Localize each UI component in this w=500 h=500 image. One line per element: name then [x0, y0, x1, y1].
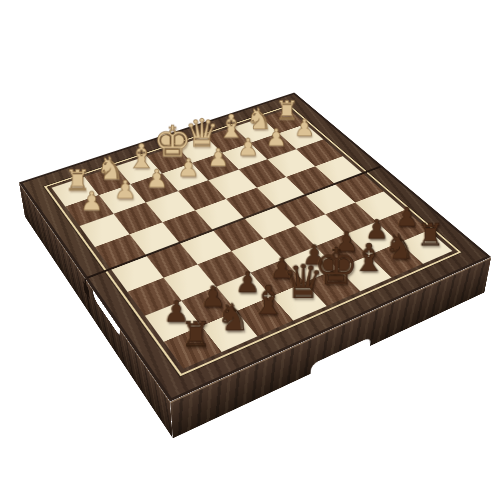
product-photo-scene: ♜♞♝♚♛♝♞♜♟♟♟♟♟♟♟♟♟♟♟♟♟♟♟♟♜♞♝♛♚♝♞♜	[0, 0, 500, 500]
black-rook: ♜	[181, 317, 212, 352]
white-pawn: ♟	[266, 126, 287, 150]
white-pawn: ♟	[294, 116, 315, 139]
white-pawn: ♟	[237, 135, 259, 159]
handle-notch	[311, 337, 371, 375]
chess-box: ♜♞♝♚♛♝♞♜♟♟♟♟♟♟♟♟♟♟♟♟♟♟♟♟♜♞♝♛♚♝♞♜	[19, 92, 492, 401]
white-pawn: ♟	[114, 177, 137, 202]
white-pawn: ♟	[208, 145, 230, 169]
black-knight: ♞	[384, 229, 415, 264]
black-knight: ♞	[216, 298, 250, 336]
black-rook: ♜	[416, 220, 444, 251]
black-queen: ♛	[282, 259, 324, 306]
white-pawn: ♟	[80, 188, 103, 214]
white-pawn: ♟	[146, 166, 169, 191]
white-pawn: ♟	[177, 156, 199, 181]
black-bishop: ♝	[251, 280, 287, 321]
